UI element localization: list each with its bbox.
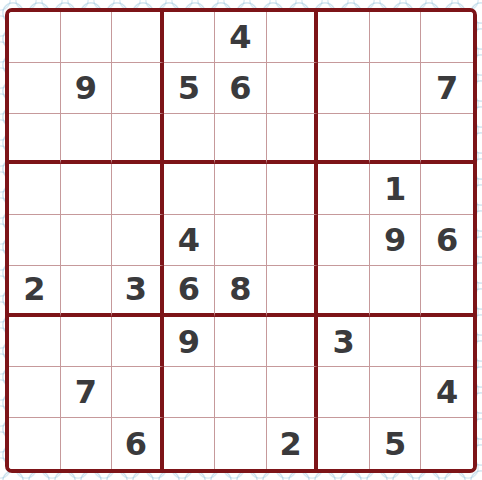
cell-r2c6[interactable] (267, 63, 319, 114)
cell-r1c2[interactable] (61, 12, 113, 63)
cell-r3c5[interactable] (215, 114, 267, 165)
cell-r5c4[interactable]: 4 (164, 215, 216, 266)
cell-r8c7[interactable] (318, 367, 370, 418)
cell-r1c3[interactable] (112, 12, 164, 63)
cell-r8c5[interactable] (215, 367, 267, 418)
cell-r1c6[interactable] (267, 12, 319, 63)
cell-r3c7[interactable] (318, 114, 370, 165)
cell-r4c9[interactable] (421, 164, 473, 215)
given-digit: 9 (178, 326, 200, 358)
cell-r9c8[interactable]: 5 (370, 418, 422, 469)
cell-r9c4[interactable] (164, 418, 216, 469)
cell-r6c7[interactable] (318, 266, 370, 317)
cell-r8c9[interactable]: 4 (421, 367, 473, 418)
cell-r9c9[interactable] (421, 418, 473, 469)
cell-r6c1[interactable]: 2 (9, 266, 61, 317)
cell-r9c6[interactable]: 2 (267, 418, 319, 469)
given-digit: 7 (436, 72, 458, 104)
cell-r1c8[interactable] (370, 12, 422, 63)
cell-r2c1[interactable] (9, 63, 61, 114)
cell-r8c2[interactable]: 7 (61, 367, 113, 418)
given-digit: 6 (436, 224, 458, 256)
cell-r9c3[interactable]: 6 (112, 418, 164, 469)
cell-r2c9[interactable]: 7 (421, 63, 473, 114)
cell-r3c9[interactable] (421, 114, 473, 165)
cell-r5c8[interactable]: 9 (370, 215, 422, 266)
cell-r6c9[interactable] (421, 266, 473, 317)
page-background: { "game": "sudoku", "position": { "grid_… (0, 0, 482, 480)
cell-r5c5[interactable] (215, 215, 267, 266)
cell-r7c8[interactable] (370, 317, 422, 368)
given-digit: 8 (229, 273, 251, 305)
cell-r7c6[interactable] (267, 317, 319, 368)
cell-r4c7[interactable] (318, 164, 370, 215)
given-digit: 6 (178, 273, 200, 305)
cell-r7c9[interactable] (421, 317, 473, 368)
given-digit: 7 (75, 376, 97, 408)
given-digit: 3 (125, 273, 147, 305)
cell-r7c4[interactable]: 9 (164, 317, 216, 368)
cell-r5c6[interactable] (267, 215, 319, 266)
cell-r2c4[interactable]: 5 (164, 63, 216, 114)
cell-r6c6[interactable] (267, 266, 319, 317)
cell-r7c1[interactable] (9, 317, 61, 368)
cell-r3c6[interactable] (267, 114, 319, 165)
cell-r3c3[interactable] (112, 114, 164, 165)
given-digit: 1 (384, 173, 406, 205)
cell-r8c8[interactable] (370, 367, 422, 418)
cell-r2c2[interactable]: 9 (61, 63, 113, 114)
cell-r7c5[interactable] (215, 317, 267, 368)
cell-r5c7[interactable] (318, 215, 370, 266)
cell-r4c6[interactable] (267, 164, 319, 215)
given-digit: 4 (229, 21, 251, 53)
given-digit: 9 (75, 72, 97, 104)
cell-r2c8[interactable] (370, 63, 422, 114)
cell-r6c8[interactable] (370, 266, 422, 317)
given-digit: 6 (125, 428, 147, 460)
cell-r4c3[interactable] (112, 164, 164, 215)
cell-r3c4[interactable] (164, 114, 216, 165)
given-digit: 9 (384, 224, 406, 256)
given-digit: 5 (178, 72, 200, 104)
sudoku-grid: 49567149623689374625 (9, 12, 473, 469)
cell-r4c1[interactable] (9, 164, 61, 215)
cell-r2c7[interactable] (318, 63, 370, 114)
cell-r4c4[interactable] (164, 164, 216, 215)
cell-r7c7[interactable]: 3 (318, 317, 370, 368)
cell-r6c2[interactable] (61, 266, 113, 317)
cell-r8c4[interactable] (164, 367, 216, 418)
cell-r5c1[interactable] (9, 215, 61, 266)
cell-r8c1[interactable] (9, 367, 61, 418)
cell-r8c6[interactable] (267, 367, 319, 418)
cell-r1c4[interactable] (164, 12, 216, 63)
cell-r3c2[interactable] (61, 114, 113, 165)
cell-r4c8[interactable]: 1 (370, 164, 422, 215)
cell-r4c5[interactable] (215, 164, 267, 215)
given-digit: 4 (436, 376, 458, 408)
given-digit: 3 (332, 326, 354, 358)
cell-r3c8[interactable] (370, 114, 422, 165)
cell-r9c1[interactable] (9, 418, 61, 469)
cell-r1c5[interactable]: 4 (215, 12, 267, 63)
cell-r5c9[interactable]: 6 (421, 215, 473, 266)
cell-r2c5[interactable]: 6 (215, 63, 267, 114)
given-digit: 5 (384, 428, 406, 460)
cell-r7c2[interactable] (61, 317, 113, 368)
cell-r1c1[interactable] (9, 12, 61, 63)
cell-r5c2[interactable] (61, 215, 113, 266)
cell-r2c3[interactable] (112, 63, 164, 114)
cell-r9c7[interactable] (318, 418, 370, 469)
cell-r6c3[interactable]: 3 (112, 266, 164, 317)
cell-r1c9[interactable] (421, 12, 473, 63)
cell-r8c3[interactable] (112, 367, 164, 418)
cell-r1c7[interactable] (318, 12, 370, 63)
cell-r7c3[interactable] (112, 317, 164, 368)
cell-r6c4[interactable]: 6 (164, 266, 216, 317)
cell-r4c2[interactable] (61, 164, 113, 215)
given-digit: 4 (178, 224, 200, 256)
cell-r9c2[interactable] (61, 418, 113, 469)
cell-r3c1[interactable] (9, 114, 61, 165)
sudoku-board: 49567149623689374625 (5, 8, 477, 473)
given-digit: 2 (279, 428, 301, 460)
cell-r6c5[interactable]: 8 (215, 266, 267, 317)
cell-r5c3[interactable] (112, 215, 164, 266)
given-digit: 2 (23, 273, 45, 305)
given-digit: 6 (229, 72, 251, 104)
cell-r9c5[interactable] (215, 418, 267, 469)
